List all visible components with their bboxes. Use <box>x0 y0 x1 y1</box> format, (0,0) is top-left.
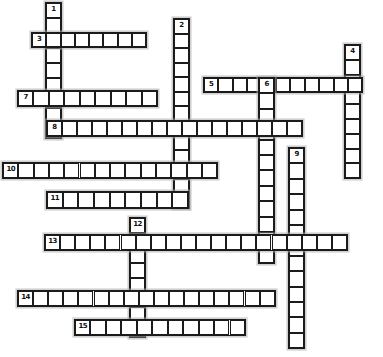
crossword-cell[interactable] <box>233 78 247 92</box>
word-14-across: 14 <box>18 291 275 306</box>
crossword-cell[interactable] <box>139 291 154 306</box>
clue-number: 6 <box>260 81 273 88</box>
crossword-cell[interactable] <box>302 235 317 250</box>
crossword-cell[interactable] <box>75 33 89 47</box>
crossword-cell[interactable] <box>211 235 226 250</box>
crossword-cell[interactable] <box>289 210 304 225</box>
crossword-cell[interactable] <box>289 179 304 194</box>
crossword-cell[interactable] <box>184 291 199 306</box>
crossword-cell[interactable] <box>289 271 304 286</box>
crossword-cell[interactable] <box>103 33 117 47</box>
crossword-cell[interactable] <box>94 192 110 208</box>
crossword-cell[interactable] <box>259 93 274 108</box>
crossword-cell[interactable] <box>272 235 287 250</box>
crossword-cell[interactable] <box>259 140 274 155</box>
word-15-across: 15 <box>75 320 245 335</box>
crossword-cell[interactable] <box>290 78 304 92</box>
crossword-cell[interactable] <box>142 91 157 106</box>
word-7-across: 7 <box>18 91 157 106</box>
crossword-cell[interactable] <box>256 235 271 250</box>
crossword-cell[interactable] <box>89 33 103 47</box>
crossword-cell[interactable] <box>345 119 360 134</box>
clue-number: 13 <box>46 238 59 245</box>
crossword-cell[interactable]: 6 <box>259 78 274 93</box>
crossword-cell[interactable] <box>154 291 169 306</box>
clue-number: 9 <box>290 151 303 158</box>
crossword-cell[interactable] <box>90 235 105 250</box>
crossword-cell[interactable] <box>174 77 189 92</box>
crossword-cell[interactable] <box>259 201 274 216</box>
crossword-cell[interactable]: 1 <box>46 3 61 18</box>
crossword-cell[interactable] <box>183 320 198 335</box>
crossword-cell[interactable] <box>90 320 105 335</box>
crossword-cell[interactable] <box>199 320 214 335</box>
crossword-cell[interactable] <box>197 121 212 136</box>
crossword-cell[interactable] <box>111 91 126 106</box>
crossword-cell[interactable]: 14 <box>18 291 33 306</box>
crossword-cell[interactable] <box>151 235 166 250</box>
crossword-cell[interactable] <box>110 163 125 178</box>
crossword-cell[interactable] <box>166 235 181 250</box>
crossword-cell[interactable] <box>106 320 121 335</box>
crossword-cell[interactable] <box>152 121 167 136</box>
crossword-cell[interactable] <box>345 134 360 149</box>
clue-number: 12 <box>131 221 144 228</box>
crossword-cell[interactable]: 7 <box>18 91 33 106</box>
crossword-cell[interactable] <box>289 317 304 332</box>
clue-number: 11 <box>48 195 62 202</box>
clue-number: 1 <box>47 6 60 13</box>
crossword-cell[interactable] <box>289 163 304 178</box>
word-8-across: 8 <box>47 121 302 136</box>
crossword-cell[interactable] <box>289 302 304 317</box>
crossword-cell[interactable] <box>218 78 232 92</box>
crossword-cell[interactable]: 2 <box>174 19 189 34</box>
crossword-cell[interactable] <box>141 192 157 208</box>
word-3-across: 3 <box>32 33 146 47</box>
crossword-cell[interactable] <box>63 291 78 306</box>
crossword-cell[interactable] <box>345 104 360 119</box>
clue-number: 15 <box>76 323 89 330</box>
clue-number: 7 <box>19 94 32 101</box>
crossword-cell[interactable] <box>187 163 202 178</box>
clue-number: 8 <box>48 124 61 131</box>
crossword-cell[interactable]: 4 <box>345 45 360 60</box>
crossword-cell[interactable] <box>168 320 183 335</box>
crossword-cell[interactable] <box>229 291 244 306</box>
crossword-cell[interactable] <box>214 320 229 335</box>
crossword-cell[interactable] <box>157 192 173 208</box>
crossword-cell[interactable]: 12 <box>130 218 145 233</box>
crossword-cell[interactable] <box>174 92 189 107</box>
crossword-cell[interactable]: 15 <box>75 320 90 335</box>
crossword-cell[interactable] <box>174 135 189 150</box>
crossword-cell[interactable] <box>94 291 109 306</box>
crossword-cell[interactable] <box>345 149 360 164</box>
crossword-cell[interactable] <box>242 121 257 136</box>
crossword-cell[interactable]: 8 <box>47 121 62 136</box>
crossword-cell[interactable] <box>18 163 33 178</box>
crossword-cell[interactable] <box>317 235 332 250</box>
crossword-cell[interactable] <box>46 18 61 33</box>
crossword-cell[interactable] <box>287 121 302 136</box>
crossword-cell[interactable]: 13 <box>45 235 60 250</box>
crossword-cell[interactable] <box>259 170 274 185</box>
clue-number: 3 <box>33 36 45 43</box>
crossword-cell[interactable] <box>46 63 61 78</box>
word-10-across: 10 <box>3 163 217 178</box>
crossword-cell[interactable] <box>156 163 171 178</box>
crossword-cell[interactable] <box>130 263 145 278</box>
crossword-cell[interactable] <box>110 192 126 208</box>
crossword-cell[interactable] <box>78 192 94 208</box>
crossword-cell[interactable] <box>289 256 304 271</box>
word-2-down: 2 <box>174 19 189 208</box>
crossword-cell[interactable] <box>126 91 141 106</box>
crossword-cell[interactable]: 11 <box>47 192 63 208</box>
crossword-cell[interactable] <box>46 48 61 63</box>
crossword-cell[interactable] <box>171 163 186 178</box>
crossword-cell[interactable] <box>77 121 92 136</box>
crossword-cell[interactable]: 3 <box>32 33 46 47</box>
crossword-cell[interactable] <box>259 217 274 232</box>
crossword-cell[interactable] <box>64 91 79 106</box>
crossword-cell[interactable] <box>257 121 272 136</box>
crossword-cell[interactable] <box>227 121 242 136</box>
word-11-across: 11 <box>47 192 188 208</box>
crossword-cell[interactable] <box>125 192 141 208</box>
crossword-cell[interactable] <box>332 235 347 250</box>
clue-number: 10 <box>4 166 17 173</box>
crossword-cell[interactable] <box>63 192 79 208</box>
crossword-cell[interactable] <box>230 320 245 335</box>
crossword-cell[interactable] <box>319 78 333 92</box>
crossword-cell[interactable] <box>276 78 290 92</box>
crossword-cell[interactable] <box>62 121 77 136</box>
crossword-cell[interactable] <box>33 91 48 106</box>
crossword-cell[interactable] <box>141 163 156 178</box>
crossword-cell[interactable] <box>121 235 136 250</box>
crossword-cell[interactable] <box>174 34 189 49</box>
crossword-cell[interactable] <box>348 78 362 92</box>
crossword-cell[interactable] <box>241 235 256 250</box>
crossword-cell[interactable] <box>214 291 229 306</box>
crossword-cell[interactable] <box>109 291 124 306</box>
crossword-cell[interactable] <box>48 291 63 306</box>
word-4-down: 4 <box>345 45 360 178</box>
crossword-cell[interactable] <box>124 291 139 306</box>
clue-number: 4 <box>346 48 359 55</box>
crossword-cell[interactable]: 5 <box>204 78 218 92</box>
crossword-cell[interactable] <box>105 235 120 250</box>
crossword-cell[interactable] <box>245 291 260 306</box>
crossword-cell[interactable] <box>152 320 167 335</box>
crossword-cell[interactable] <box>289 194 304 209</box>
crossword-cell[interactable] <box>122 121 137 136</box>
crossword-cell[interactable] <box>289 333 304 348</box>
word-13-across: 13 <box>45 235 347 250</box>
crossword-cell[interactable] <box>334 78 348 92</box>
crossword-cell[interactable] <box>80 163 95 178</box>
word-1-down: 1 <box>46 3 61 138</box>
crossword-cell[interactable] <box>196 235 211 250</box>
crossword-cell[interactable] <box>137 320 152 335</box>
crossword-cell[interactable] <box>136 235 151 250</box>
crossword-cell[interactable] <box>125 163 140 178</box>
crossword-cell[interactable] <box>287 235 302 250</box>
crossword-cell[interactable] <box>172 192 188 208</box>
crossword-cell[interactable] <box>169 291 184 306</box>
crossword-cell[interactable] <box>345 163 360 178</box>
crossword-cell[interactable] <box>92 121 107 136</box>
crossword-cell[interactable] <box>80 91 95 106</box>
crossword-cell[interactable] <box>137 121 152 136</box>
crossword-cell[interactable] <box>345 60 360 75</box>
crossword-cell[interactable] <box>34 163 49 178</box>
crossword-cell[interactable] <box>202 163 217 178</box>
crossword-cell[interactable] <box>199 291 214 306</box>
crossword-cell[interactable] <box>259 155 274 170</box>
word-5-across: 5 <box>204 78 362 92</box>
crossword-cell[interactable] <box>305 78 319 92</box>
crossword-cell[interactable] <box>75 235 90 250</box>
crossword-cell[interactable] <box>49 163 64 178</box>
crossword-cell[interactable] <box>49 91 64 106</box>
crossword-cell[interactable] <box>121 320 136 335</box>
crossword-board: 123456789101112131415 <box>0 0 383 357</box>
crossword-cell[interactable] <box>289 287 304 302</box>
crossword-cell[interactable] <box>95 91 110 106</box>
crossword-cell[interactable] <box>95 163 110 178</box>
crossword-cell[interactable] <box>61 33 75 47</box>
crossword-cell[interactable]: 9 <box>289 148 304 163</box>
crossword-cell[interactable] <box>212 121 227 136</box>
crossword-cell[interactable] <box>64 163 79 178</box>
crossword-cell[interactable] <box>259 186 274 201</box>
crossword-cell[interactable]: 10 <box>3 163 18 178</box>
crossword-cell[interactable] <box>174 106 189 121</box>
crossword-cell[interactable] <box>272 121 287 136</box>
crossword-cell[interactable] <box>60 235 75 250</box>
crossword-cell[interactable] <box>33 291 48 306</box>
crossword-cell[interactable] <box>174 48 189 63</box>
clue-number: 5 <box>205 81 217 88</box>
crossword-cell[interactable] <box>132 33 146 47</box>
clue-number: 2 <box>175 22 188 29</box>
crossword-cell[interactable] <box>78 291 93 306</box>
crossword-cell[interactable] <box>260 291 275 306</box>
crossword-cell[interactable] <box>167 121 182 136</box>
crossword-cell[interactable] <box>107 121 122 136</box>
clue-number: 14 <box>19 294 32 301</box>
crossword-cell[interactable] <box>46 33 60 47</box>
crossword-cell[interactable] <box>181 235 196 250</box>
crossword-cell[interactable] <box>182 121 197 136</box>
crossword-cell[interactable] <box>174 63 189 78</box>
crossword-cell[interactable] <box>118 33 132 47</box>
crossword-cell[interactable] <box>226 235 241 250</box>
